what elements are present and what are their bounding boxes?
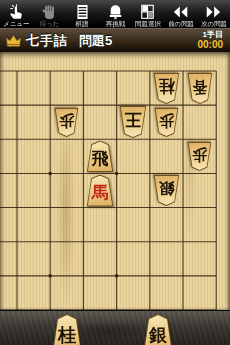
piece-file1-rank1[interactable]: 香 [187, 73, 213, 104]
toolbar-button-label: 問題選択 [135, 20, 161, 26]
toolbar-button-label: メニュー [3, 20, 29, 26]
piece-file2-rank2[interactable]: 歩 [154, 108, 179, 137]
problem-select-grid-icon [138, 3, 157, 20]
piece-body: 馬 [86, 175, 114, 207]
tsume-shogi-app: メニュー待った棋譜再挑戦問題選択前の問題次の問題 七手詰 問題5 1手目 00:… [0, 0, 230, 345]
piece-body: 桂 [52, 314, 83, 345]
toolbar-button-label: 再挑戦 [105, 20, 124, 26]
piece-glyph: 歩 [192, 147, 207, 162]
piece-file1-rank3[interactable]: 歩 [187, 142, 212, 171]
menu-hand-pointer-icon [7, 3, 26, 20]
move-counter: 1手目 [197, 31, 223, 40]
piece-glyph: 飛 [92, 150, 109, 167]
piece-glyph: 馬 [92, 184, 109, 201]
piece-file2-rank4[interactable]: 銀 [153, 175, 180, 206]
hand-piece-2[interactable]: 銀 [143, 314, 174, 345]
toolbar-button-prev-problem[interactable]: 前の問題 [164, 0, 197, 28]
kifu-document-icon [73, 3, 92, 20]
tray-texture [0, 311, 230, 345]
next-arrows-icon [204, 3, 223, 20]
toolbar-button-menu[interactable]: メニュー [0, 0, 33, 28]
piece-body: 香 [187, 73, 213, 104]
piece-file5-rank2[interactable]: 歩 [54, 108, 79, 137]
timer: 00:00 [197, 39, 223, 50]
piece-glyph: 銀 [158, 181, 174, 197]
retry-bell-icon [106, 3, 125, 20]
piece-body: 歩 [154, 108, 179, 137]
piece-glyph: 歩 [59, 113, 74, 128]
shogi-board[interactable]: 桂香歩王歩飛歩馬銀 [0, 52, 230, 310]
toolbar-button-problem-select[interactable]: 問題選択 [131, 0, 164, 28]
takeback-hand-icon [40, 3, 59, 20]
hand-piece-1[interactable]: 桂 [52, 314, 83, 345]
toolbar-button-label: 前の問題 [168, 20, 194, 26]
puzzle-type-title: 七手詰 [26, 32, 68, 50]
piece-file4-rank4[interactable]: 馬 [86, 175, 114, 207]
toolbar-button-label: 次の問題 [201, 20, 227, 26]
status-block: 1手目 00:00 [197, 31, 225, 51]
piece-glyph: 銀 [149, 326, 167, 344]
toolbar-button-next-problem[interactable]: 次の問題 [197, 0, 230, 28]
piece-glyph: 桂 [158, 78, 174, 94]
piece-body: 歩 [54, 108, 79, 137]
prev-arrows-icon [171, 3, 190, 20]
crown-icon [5, 34, 22, 48]
piece-glyph: 桂 [58, 326, 76, 344]
toolbar-button-kifu[interactable]: 棋譜 [66, 0, 99, 28]
piece-glyph: 王 [125, 112, 142, 129]
piece-body: 銀 [153, 175, 180, 206]
toolbar-button-retry[interactable]: 再挑戦 [99, 0, 132, 28]
toolbar: メニュー待った棋譜再挑戦問題選択前の問題次の問題 [0, 0, 230, 28]
piece-file3-rank2[interactable]: 王 [119, 106, 147, 138]
piece-file4-rank3[interactable]: 飛 [86, 140, 114, 172]
piece-body: 銀 [143, 314, 174, 345]
header-bar: 七手詰 問題5 1手目 00:00 [0, 28, 230, 52]
piece-glyph: 歩 [159, 113, 174, 128]
piece-body: 王 [119, 106, 147, 138]
piece-file2-rank1[interactable]: 桂 [153, 73, 180, 104]
toolbar-button-label: 棋譜 [76, 20, 89, 26]
toolbar-button-matta: 待った [33, 0, 66, 28]
piece-body: 飛 [86, 140, 114, 172]
piece-body: 桂 [153, 73, 180, 104]
piece-glyph: 香 [192, 79, 207, 94]
sente-hand-tray: 桂銀 [0, 310, 230, 345]
piece-body: 歩 [187, 142, 212, 171]
problem-number: 問題5 [79, 32, 112, 50]
toolbar-button-label: 待った [39, 20, 59, 26]
